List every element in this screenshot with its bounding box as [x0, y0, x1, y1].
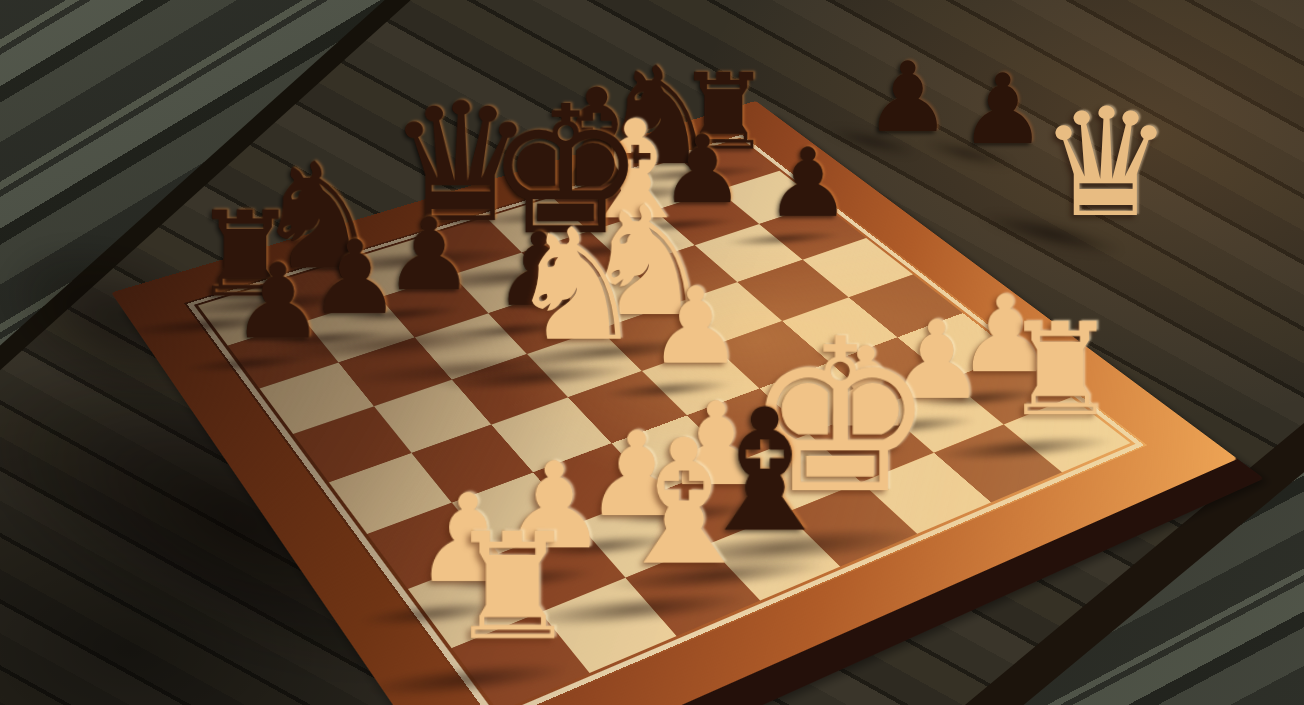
white-pawn-icon: ♟ [647, 274, 742, 380]
white-rook-icon: ♜ [446, 514, 578, 661]
black-pawn-icon: ♟ [230, 250, 324, 354]
black-pawn-icon: ♟ [764, 136, 849, 231]
white-rook-icon: ♜ [1002, 306, 1117, 433]
white-knight-icon: ♞ [506, 208, 645, 362]
white-bishop-icon: ♝ [605, 416, 761, 589]
square-c5[interactable] [452, 354, 568, 425]
square-a1[interactable]: ♜ [452, 612, 590, 705]
chess-scene: ♜♞♛♝♞♜♟♟♟♚♝♟♟♟♞♞♟♟♟♟♟♟♟♟♜♝♝♚♜ ♟♟♛ [0, 0, 1304, 705]
